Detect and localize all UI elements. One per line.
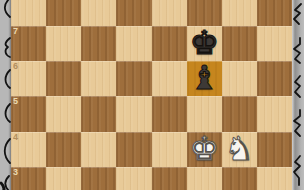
square-g5[interactable] <box>222 96 257 131</box>
rank-label-7: 7 <box>13 27 18 36</box>
square-f6[interactable]: ♝ <box>187 61 222 96</box>
square-d6[interactable] <box>116 61 151 96</box>
square-b5[interactable] <box>46 96 81 131</box>
square-b7[interactable] <box>46 26 81 61</box>
square-e8[interactable] <box>152 0 187 26</box>
square-a6[interactable]: 6 <box>11 61 46 96</box>
square-h6[interactable] <box>257 61 292 96</box>
square-f3[interactable] <box>187 167 222 190</box>
square-e3[interactable] <box>152 167 187 190</box>
white-king[interactable]: ♚ <box>189 132 219 165</box>
square-a7[interactable]: 7 <box>11 26 46 61</box>
square-e6[interactable] <box>152 61 187 96</box>
square-b4[interactable] <box>46 132 81 167</box>
square-c3[interactable] <box>81 167 116 190</box>
square-g4[interactable]: ♞ <box>222 132 257 167</box>
square-c8[interactable] <box>81 0 116 26</box>
square-c5[interactable] <box>81 96 116 131</box>
square-a5[interactable]: 5 <box>11 96 46 131</box>
square-g7[interactable] <box>222 26 257 61</box>
square-b6[interactable] <box>46 61 81 96</box>
square-d8[interactable] <box>116 0 151 26</box>
square-g6[interactable] <box>222 61 257 96</box>
square-d3[interactable] <box>116 167 151 190</box>
square-h5[interactable] <box>257 96 292 131</box>
square-g8[interactable] <box>222 0 257 26</box>
square-a8[interactable] <box>11 0 46 26</box>
rank-label-5: 5 <box>13 97 18 106</box>
square-f4[interactable]: ♚ <box>187 132 222 167</box>
square-d5[interactable] <box>116 96 151 131</box>
square-e7[interactable] <box>152 26 187 61</box>
square-a3[interactable]: 3 <box>11 167 46 190</box>
square-c4[interactable] <box>81 132 116 167</box>
rank-label-4: 4 <box>13 133 18 142</box>
square-c7[interactable] <box>81 26 116 61</box>
square-h8[interactable] <box>257 0 292 26</box>
chess-board[interactable]: 7♚6♝54♚♞3 <box>11 0 292 190</box>
black-bishop[interactable]: ♝ <box>189 61 219 94</box>
square-d7[interactable] <box>116 26 151 61</box>
square-a4[interactable]: 4 <box>11 132 46 167</box>
square-f5[interactable] <box>187 96 222 131</box>
square-c6[interactable] <box>81 61 116 96</box>
rank-label-3: 3 <box>13 168 18 177</box>
video-frame: 7♚6♝54♚♞3 <box>0 0 304 190</box>
square-e4[interactable] <box>152 132 187 167</box>
square-f7[interactable]: ♚ <box>187 26 222 61</box>
square-h7[interactable] <box>257 26 292 61</box>
square-h3[interactable] <box>257 167 292 190</box>
square-b8[interactable] <box>46 0 81 26</box>
square-g3[interactable] <box>222 167 257 190</box>
square-d4[interactable] <box>116 132 151 167</box>
black-king[interactable]: ♚ <box>189 26 219 59</box>
torn-edge-right-margin <box>292 0 304 190</box>
white-knight[interactable]: ♞ <box>225 132 255 165</box>
rank-label-6: 6 <box>13 62 18 71</box>
square-e5[interactable] <box>152 96 187 131</box>
square-h4[interactable] <box>257 132 292 167</box>
square-b3[interactable] <box>46 167 81 190</box>
